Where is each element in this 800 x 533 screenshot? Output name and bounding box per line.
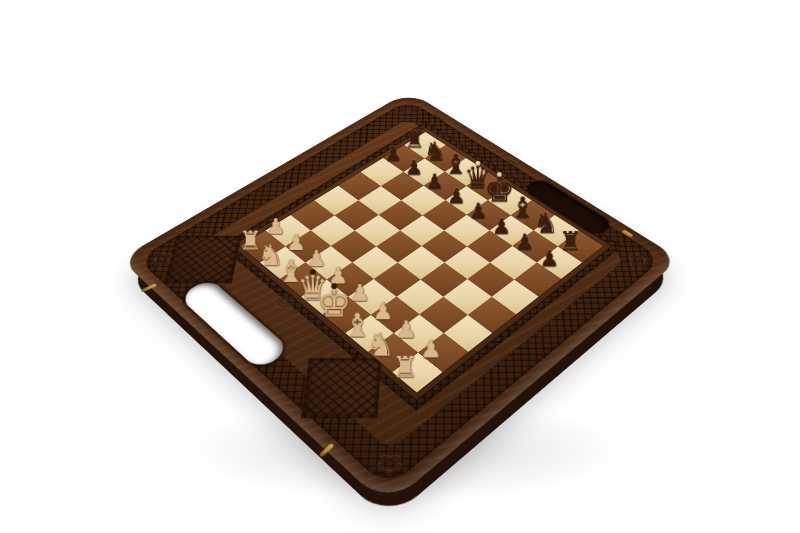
black-pawn[interactable]: ♟ [539, 248, 559, 270]
black-pawn[interactable]: ♟ [469, 201, 488, 222]
white-pawn[interactable]: ♟ [373, 300, 394, 323]
black-pawn[interactable]: ♟ [492, 216, 511, 238]
white-pawn[interactable]: ♟ [287, 232, 307, 254]
contrast-finial [476, 161, 481, 166]
white-pawn[interactable]: ♟ [267, 216, 286, 238]
black-pawn[interactable]: ♟ [385, 144, 403, 164]
black-bishop[interactable]: ♝ [510, 193, 536, 222]
white-pawn[interactable]: ♟ [396, 318, 417, 342]
contrast-finial [310, 269, 315, 274]
white-pawn[interactable]: ♟ [350, 282, 371, 305]
black-pawn[interactable]: ♟ [426, 172, 444, 193]
contrast-finial [332, 284, 337, 289]
black-rook[interactable]: ♜ [559, 228, 582, 254]
black-pawn[interactable]: ♟ [447, 186, 466, 207]
contrast-finial [498, 172, 503, 177]
white-knight[interactable]: ♞ [366, 329, 395, 361]
product-photo-stage: ♜♞♝♛♚♝♞♜♟♟♟♟♟♟♟♟♟♟♟♟♟♟♟♟♜♞♝♛♚♝♞♜ ✿ ✿ ✿ ✿… [0, 0, 800, 533]
black-knight[interactable]: ♞ [534, 209, 559, 237]
black-rook[interactable]: ♜ [405, 128, 426, 151]
white-rook[interactable]: ♜ [392, 352, 418, 381]
white-pawn[interactable]: ♟ [420, 337, 442, 361]
black-pawn[interactable]: ♟ [515, 232, 535, 254]
black-pawn[interactable]: ♟ [405, 158, 423, 178]
